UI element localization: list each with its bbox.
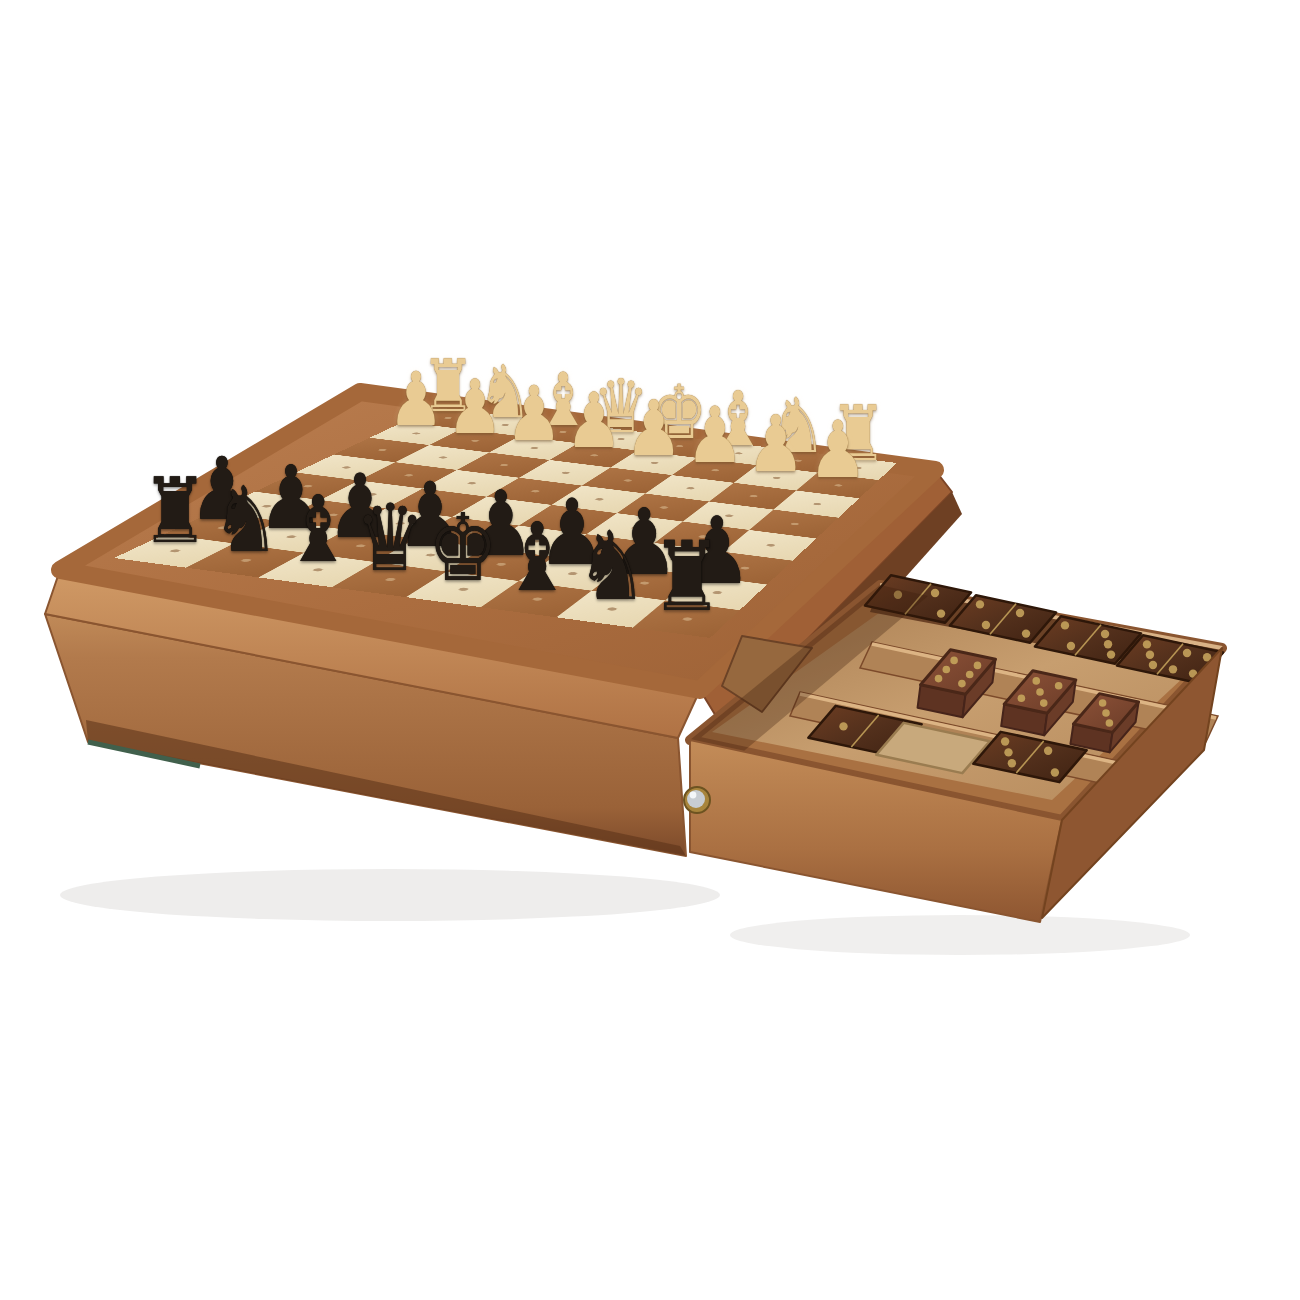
piece-white-pawn-h2[interactable]: ♟ <box>808 411 867 490</box>
product-photo-scene: Wooden magnetic travel chess box with pu… <box>0 0 1300 1300</box>
piece-black-bishop-c8[interactable]: ♝ <box>283 484 352 576</box>
piece-white-pawn-f2[interactable]: ♟ <box>686 397 744 474</box>
piece-black-knight-b8[interactable]: ♞ <box>212 475 280 566</box>
piece-black-rook-a8[interactable]: ♜ <box>141 466 209 556</box>
ground-shadow-box <box>60 869 720 921</box>
wooden-box-illustration <box>0 0 1300 1300</box>
piece-black-king-e8[interactable]: ♚ <box>428 501 498 594</box>
piece-black-knight-g8[interactable]: ♞ <box>576 519 648 614</box>
ground-shadow-drawer <box>730 915 1190 955</box>
piece-white-pawn-g2[interactable]: ♟ <box>747 404 806 482</box>
piece-white-pawn-d2[interactable]: ♟ <box>565 384 622 460</box>
piece-white-pawn-e2[interactable]: ♟ <box>625 390 683 467</box>
piece-black-bishop-f8[interactable]: ♝ <box>502 510 573 604</box>
drawer-knob[interactable] <box>684 787 710 813</box>
piece-white-pawn-c2[interactable]: ♟ <box>506 377 563 453</box>
piece-white-pawn-a2[interactable]: ♟ <box>388 363 444 437</box>
piece-black-queen-d8[interactable]: ♛ <box>355 492 425 584</box>
piece-white-pawn-b2[interactable]: ♟ <box>447 370 504 445</box>
piece-black-rook-h8[interactable]: ♜ <box>651 529 723 625</box>
